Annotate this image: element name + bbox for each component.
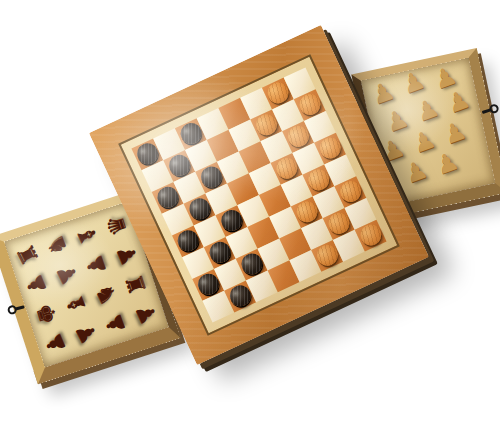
chess-pawn-light: ♟ — [399, 67, 429, 98]
chess-piece-dark: ♟ — [101, 310, 130, 337]
chess-pawn-light: ♟ — [368, 77, 398, 108]
chess-piece-dark: ♟ — [131, 300, 160, 328]
chess-pawn-light: ♟ — [440, 117, 470, 148]
chess-pawn-light: ♟ — [401, 156, 431, 187]
chess-pawn-light: ♟ — [382, 105, 412, 136]
chess-piece-dark: ♜ — [12, 240, 42, 269]
chess-piece-dark: ♟ — [82, 251, 110, 278]
chess-piece-dark: ♟ — [52, 260, 82, 289]
board-grid — [131, 67, 386, 322]
latch-bar-icon — [15, 306, 24, 311]
right-drawer-latch-icon — [481, 103, 500, 117]
left-drawer-latch-icon — [7, 303, 26, 316]
chess-piece-dark: ♟ — [41, 329, 70, 357]
chess-pawn-light: ♟ — [444, 86, 474, 117]
latch-bar-icon — [482, 109, 491, 114]
chess-piece-dark: ♟ — [22, 270, 51, 298]
chess-piece-dark: ♟ — [71, 319, 101, 348]
chess-pawn-light: ♟ — [432, 148, 462, 179]
chess-piece-dark: ♝ — [72, 221, 101, 249]
chess-piece-dark: ♜ — [122, 271, 150, 298]
chess-pawn-light: ♟ — [413, 94, 443, 125]
chess-piece-dark: ♝ — [62, 290, 91, 317]
chess-piece-dark: ♚ — [32, 301, 60, 327]
product-photo-scene: ♜♞♝♛♟♟♟♟♚♝♞♜♟♟♟♟ ♟♟♟♟♟♟♟♟♟♟♟ — [0, 0, 500, 426]
chess-piece-dark: ♟ — [112, 241, 141, 269]
chess-piece-dark: ♞ — [91, 280, 121, 308]
chess-piece-dark: ♞ — [43, 231, 72, 258]
